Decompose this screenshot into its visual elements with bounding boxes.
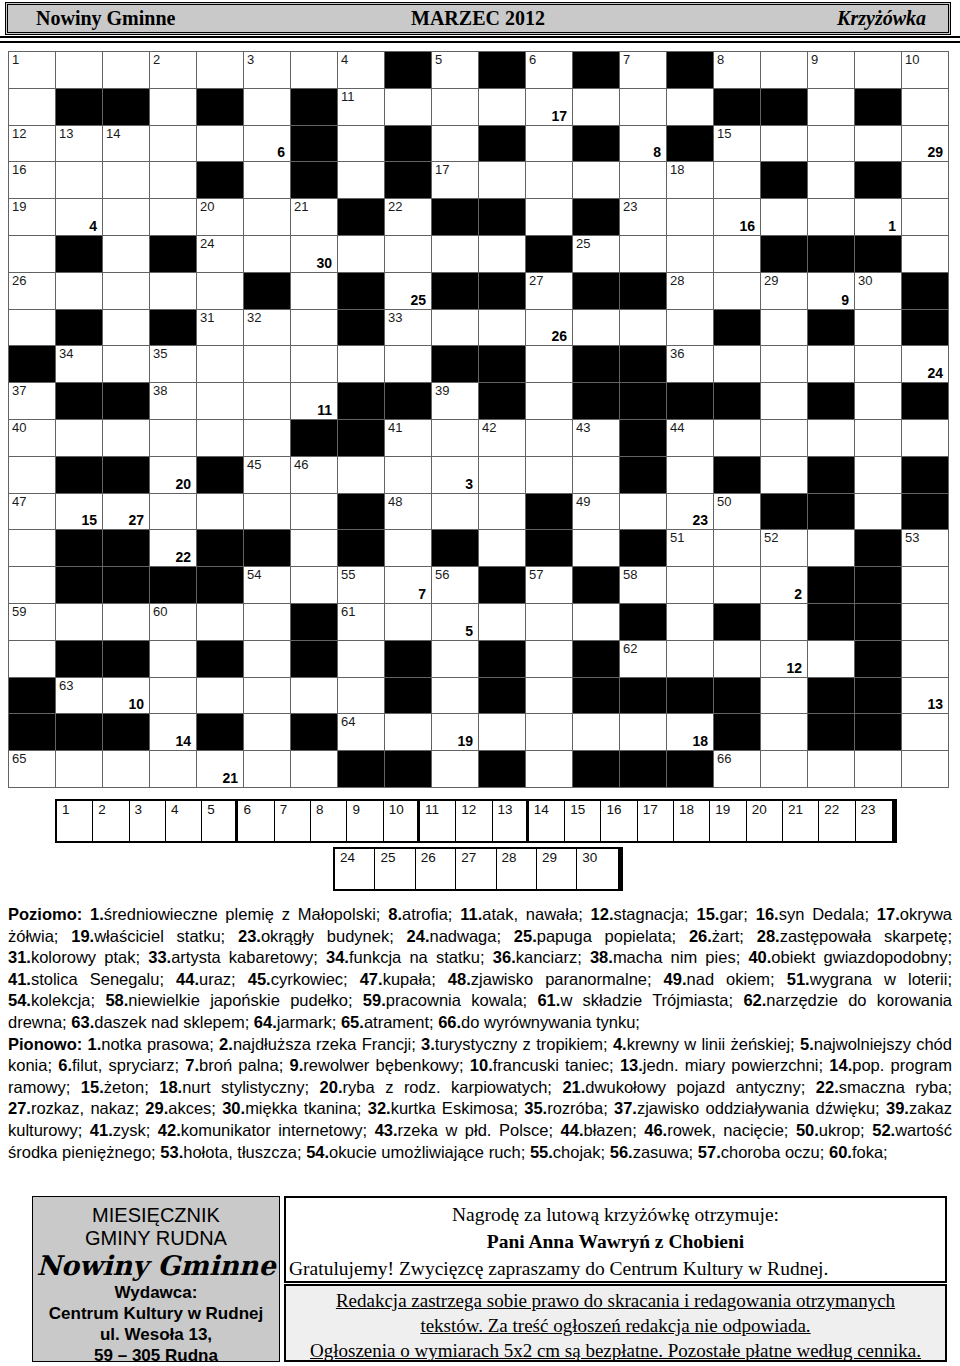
- grid-cell[interactable]: 36: [667, 346, 714, 383]
- grid-cell[interactable]: 65: [9, 751, 56, 788]
- grid-cell[interactable]: [385, 236, 432, 273]
- grid-cell[interactable]: [526, 457, 573, 494]
- grid-cell[interactable]: [902, 236, 949, 273]
- grid-cell[interactable]: 31: [197, 310, 244, 347]
- solution-cell[interactable]: 20: [747, 801, 783, 841]
- grid-cell[interactable]: [573, 604, 620, 641]
- grid-cell[interactable]: [714, 273, 761, 310]
- grid-cell[interactable]: 20: [150, 457, 197, 494]
- grid-cell[interactable]: [714, 236, 761, 273]
- solution-cell[interactable]: 30: [577, 849, 617, 889]
- grid-cell[interactable]: [761, 420, 808, 457]
- grid-cell[interactable]: 11: [338, 89, 385, 126]
- grid-cell[interactable]: 25: [385, 273, 432, 310]
- grid-cell[interactable]: 11: [291, 383, 338, 420]
- solution-cell[interactable]: 19: [710, 801, 746, 841]
- grid-cell[interactable]: [244, 678, 291, 715]
- grid-cell[interactable]: [855, 494, 902, 531]
- grid-cell[interactable]: [573, 89, 620, 126]
- solution-cell[interactable]: 10: [384, 801, 420, 841]
- grid-cell[interactable]: [56, 420, 103, 457]
- solution-cell[interactable]: 5: [202, 801, 238, 841]
- grid-cell[interactable]: 16: [9, 162, 56, 199]
- grid-cell[interactable]: [291, 346, 338, 383]
- grid-cell[interactable]: [244, 346, 291, 383]
- grid-cell[interactable]: [526, 714, 573, 751]
- grid-cell[interactable]: [902, 751, 949, 788]
- grid-cell[interactable]: 8: [714, 52, 761, 89]
- grid-cell[interactable]: [667, 236, 714, 273]
- grid-cell[interactable]: 26: [9, 273, 56, 310]
- grid-cell[interactable]: [385, 346, 432, 383]
- grid-cell[interactable]: [9, 567, 56, 604]
- grid-cell[interactable]: [855, 52, 902, 89]
- grid-cell[interactable]: 24: [197, 236, 244, 273]
- grid-cell[interactable]: [244, 751, 291, 788]
- grid-cell[interactable]: 15: [714, 126, 761, 163]
- grid-cell[interactable]: [761, 383, 808, 420]
- solution-cell[interactable]: 24: [335, 849, 375, 889]
- solution-cell[interactable]: 23: [856, 801, 892, 841]
- grid-cell[interactable]: 25: [573, 236, 620, 273]
- grid-cell[interactable]: 37: [9, 383, 56, 420]
- grid-cell[interactable]: [761, 199, 808, 236]
- grid-cell[interactable]: [9, 530, 56, 567]
- grid-cell[interactable]: [103, 346, 150, 383]
- grid-cell[interactable]: [667, 89, 714, 126]
- grid-cell[interactable]: 50: [714, 494, 761, 531]
- grid-cell[interactable]: [714, 530, 761, 567]
- grid-cell[interactable]: 51: [667, 530, 714, 567]
- grid-cell[interactable]: 5: [432, 604, 479, 641]
- grid-cell[interactable]: [761, 678, 808, 715]
- grid-cell[interactable]: [432, 751, 479, 788]
- grid-cell[interactable]: [150, 751, 197, 788]
- grid-cell[interactable]: [150, 420, 197, 457]
- grid-cell[interactable]: 48: [385, 494, 432, 531]
- grid-cell[interactable]: [9, 310, 56, 347]
- grid-cell[interactable]: [9, 89, 56, 126]
- grid-cell[interactable]: 47: [9, 494, 56, 531]
- grid-cell[interactable]: [197, 383, 244, 420]
- grid-cell[interactable]: [291, 751, 338, 788]
- grid-cell[interactable]: [244, 383, 291, 420]
- grid-cell[interactable]: [620, 310, 667, 347]
- grid-cell[interactable]: [855, 457, 902, 494]
- grid-cell[interactable]: [526, 199, 573, 236]
- grid-cell[interactable]: 7: [385, 567, 432, 604]
- grid-cell[interactable]: [197, 273, 244, 310]
- grid-cell[interactable]: 6: [526, 52, 573, 89]
- grid-cell[interactable]: [761, 714, 808, 751]
- grid-cell[interactable]: 14: [103, 126, 150, 163]
- grid-cell[interactable]: [9, 641, 56, 678]
- solution-cell[interactable]: 1: [57, 801, 93, 841]
- grid-cell[interactable]: [150, 199, 197, 236]
- solution-cell[interactable]: 6: [238, 801, 274, 841]
- grid-cell[interactable]: 23: [620, 199, 667, 236]
- grid-cell[interactable]: [103, 273, 150, 310]
- grid-cell[interactable]: 22: [385, 199, 432, 236]
- grid-cell[interactable]: [526, 162, 573, 199]
- grid-cell[interactable]: [291, 530, 338, 567]
- grid-cell[interactable]: [902, 714, 949, 751]
- grid-cell[interactable]: 39: [432, 383, 479, 420]
- grid-cell[interactable]: 29: [761, 273, 808, 310]
- grid-cell[interactable]: [808, 89, 855, 126]
- solution-cell[interactable]: 16: [601, 801, 637, 841]
- grid-cell[interactable]: 27: [526, 273, 573, 310]
- grid-cell[interactable]: 58: [620, 567, 667, 604]
- solution-cell[interactable]: 12: [456, 801, 492, 841]
- grid-cell[interactable]: [761, 346, 808, 383]
- grid-cell[interactable]: 10: [103, 678, 150, 715]
- grid-cell[interactable]: [573, 714, 620, 751]
- grid-cell[interactable]: [291, 310, 338, 347]
- grid-cell[interactable]: [385, 457, 432, 494]
- grid-cell[interactable]: [291, 678, 338, 715]
- grid-cell[interactable]: [432, 89, 479, 126]
- grid-cell[interactable]: [714, 641, 761, 678]
- grid-cell[interactable]: [338, 457, 385, 494]
- grid-cell[interactable]: 14: [150, 714, 197, 751]
- grid-cell[interactable]: 40: [9, 420, 56, 457]
- grid-cell[interactable]: [244, 420, 291, 457]
- grid-cell[interactable]: [338, 236, 385, 273]
- grid-cell[interactable]: 30: [291, 236, 338, 273]
- grid-cell[interactable]: 57: [526, 567, 573, 604]
- grid-cell[interactable]: [573, 162, 620, 199]
- solution-cell[interactable]: 17: [638, 801, 674, 841]
- grid-cell[interactable]: [385, 530, 432, 567]
- grid-cell[interactable]: [432, 678, 479, 715]
- grid-cell[interactable]: [291, 52, 338, 89]
- grid-cell[interactable]: [479, 604, 526, 641]
- grid-cell[interactable]: [667, 567, 714, 604]
- grid-cell[interactable]: [526, 604, 573, 641]
- grid-cell[interactable]: [902, 162, 949, 199]
- grid-cell[interactable]: [620, 494, 667, 531]
- grid-cell[interactable]: [103, 604, 150, 641]
- grid-cell[interactable]: 52: [761, 530, 808, 567]
- grid-cell[interactable]: 16: [714, 199, 761, 236]
- grid-cell[interactable]: [244, 236, 291, 273]
- grid-cell[interactable]: 34: [56, 346, 103, 383]
- grid-cell[interactable]: [479, 530, 526, 567]
- grid-cell[interactable]: 49: [573, 494, 620, 531]
- grid-cell[interactable]: [902, 604, 949, 641]
- grid-cell[interactable]: [338, 346, 385, 383]
- grid-cell[interactable]: [103, 52, 150, 89]
- grid-cell[interactable]: [338, 126, 385, 163]
- grid-cell[interactable]: 4: [56, 199, 103, 236]
- grid-cell[interactable]: 18: [667, 162, 714, 199]
- grid-cell[interactable]: 32: [244, 310, 291, 347]
- grid-cell[interactable]: 24: [902, 346, 949, 383]
- grid-cell[interactable]: [244, 199, 291, 236]
- grid-cell[interactable]: [808, 641, 855, 678]
- grid-cell[interactable]: [244, 494, 291, 531]
- grid-cell[interactable]: [479, 457, 526, 494]
- grid-cell[interactable]: [479, 714, 526, 751]
- solution-cell[interactable]: 9: [347, 801, 383, 841]
- grid-cell[interactable]: 9: [808, 273, 855, 310]
- grid-cell[interactable]: [479, 236, 526, 273]
- solution-cell[interactable]: 21: [783, 801, 819, 841]
- grid-cell[interactable]: [573, 457, 620, 494]
- grid-cell[interactable]: 23: [667, 494, 714, 531]
- grid-cell[interactable]: [150, 126, 197, 163]
- grid-cell[interactable]: 4: [338, 52, 385, 89]
- grid-cell[interactable]: [432, 310, 479, 347]
- grid-cell[interactable]: [479, 89, 526, 126]
- solution-cell[interactable]: 3: [130, 801, 166, 841]
- grid-cell[interactable]: [620, 89, 667, 126]
- grid-cell[interactable]: [432, 494, 479, 531]
- grid-cell[interactable]: [761, 52, 808, 89]
- grid-cell[interactable]: [573, 530, 620, 567]
- grid-cell[interactable]: [667, 641, 714, 678]
- grid-cell[interactable]: 18: [667, 714, 714, 751]
- solution-cell[interactable]: 8: [311, 801, 347, 841]
- grid-cell[interactable]: [573, 310, 620, 347]
- grid-cell[interactable]: [197, 126, 244, 163]
- grid-cell[interactable]: [150, 678, 197, 715]
- grid-cell[interactable]: 43: [573, 420, 620, 457]
- grid-cell[interactable]: 6: [244, 126, 291, 163]
- grid-cell[interactable]: [385, 604, 432, 641]
- grid-cell[interactable]: [291, 494, 338, 531]
- grid-cell[interactable]: [526, 420, 573, 457]
- grid-cell[interactable]: 64: [338, 714, 385, 751]
- grid-cell[interactable]: [855, 310, 902, 347]
- grid-cell[interactable]: 55: [338, 567, 385, 604]
- solution-cell[interactable]: 26: [416, 849, 456, 889]
- grid-cell[interactable]: [761, 126, 808, 163]
- grid-cell[interactable]: 15: [56, 494, 103, 531]
- grid-cell[interactable]: [338, 641, 385, 678]
- grid-cell[interactable]: [9, 236, 56, 273]
- grid-cell[interactable]: 5: [432, 52, 479, 89]
- grid-cell[interactable]: 20: [197, 199, 244, 236]
- grid-cell[interactable]: [432, 641, 479, 678]
- solution-cell[interactable]: 7: [275, 801, 311, 841]
- grid-cell[interactable]: [808, 126, 855, 163]
- grid-cell[interactable]: [808, 199, 855, 236]
- grid-cell[interactable]: [150, 162, 197, 199]
- grid-cell[interactable]: 22: [150, 530, 197, 567]
- grid-cell[interactable]: 46: [291, 457, 338, 494]
- grid-cell[interactable]: [56, 162, 103, 199]
- grid-cell[interactable]: [526, 383, 573, 420]
- grid-cell[interactable]: 21: [197, 751, 244, 788]
- grid-cell[interactable]: 33: [385, 310, 432, 347]
- solution-cell[interactable]: 27: [456, 849, 496, 889]
- solution-cell[interactable]: 25: [375, 849, 415, 889]
- grid-cell[interactable]: [432, 420, 479, 457]
- grid-cell[interactable]: [620, 162, 667, 199]
- grid-cell[interactable]: [197, 52, 244, 89]
- grid-cell[interactable]: [150, 273, 197, 310]
- grid-cell[interactable]: [291, 273, 338, 310]
- grid-cell[interactable]: [197, 346, 244, 383]
- grid-cell[interactable]: [197, 420, 244, 457]
- solution-cell[interactable]: 4: [166, 801, 202, 841]
- solution-cell[interactable]: 14: [529, 801, 565, 841]
- grid-cell[interactable]: [855, 383, 902, 420]
- grid-cell[interactable]: 1: [9, 52, 56, 89]
- grid-cell[interactable]: [432, 236, 479, 273]
- grid-cell[interactable]: [761, 310, 808, 347]
- grid-cell[interactable]: [103, 420, 150, 457]
- grid-cell[interactable]: [855, 420, 902, 457]
- grid-cell[interactable]: [56, 604, 103, 641]
- grid-cell[interactable]: 13: [902, 678, 949, 715]
- grid-cell[interactable]: 8: [620, 126, 667, 163]
- grid-cell[interactable]: [902, 89, 949, 126]
- grid-cell[interactable]: [620, 236, 667, 273]
- grid-cell[interactable]: 17: [432, 162, 479, 199]
- grid-cell[interactable]: [244, 604, 291, 641]
- grid-cell[interactable]: 7: [620, 52, 667, 89]
- grid-cell[interactable]: [808, 346, 855, 383]
- grid-cell[interactable]: [855, 346, 902, 383]
- grid-cell[interactable]: 38: [150, 383, 197, 420]
- grid-cell[interactable]: [338, 162, 385, 199]
- grid-cell[interactable]: [902, 420, 949, 457]
- grid-cell[interactable]: [902, 199, 949, 236]
- grid-cell[interactable]: 66: [714, 751, 761, 788]
- grid-cell[interactable]: [855, 751, 902, 788]
- grid-cell[interactable]: [479, 162, 526, 199]
- grid-cell[interactable]: 2: [761, 567, 808, 604]
- grid-cell[interactable]: [620, 714, 667, 751]
- grid-cell[interactable]: 59: [9, 604, 56, 641]
- grid-cell[interactable]: 3: [432, 457, 479, 494]
- grid-cell[interactable]: [385, 714, 432, 751]
- grid-cell[interactable]: 17: [526, 89, 573, 126]
- grid-cell[interactable]: [338, 678, 385, 715]
- grid-cell[interactable]: [667, 604, 714, 641]
- grid-cell[interactable]: [432, 126, 479, 163]
- grid-cell[interactable]: [667, 310, 714, 347]
- grid-cell[interactable]: [526, 641, 573, 678]
- grid-cell[interactable]: [197, 604, 244, 641]
- grid-cell[interactable]: 26: [526, 310, 573, 347]
- grid-cell[interactable]: [244, 89, 291, 126]
- grid-cell[interactable]: [714, 346, 761, 383]
- grid-cell[interactable]: 29: [902, 126, 949, 163]
- grid-cell[interactable]: 62: [620, 641, 667, 678]
- solution-cell[interactable]: 29: [537, 849, 577, 889]
- grid-cell[interactable]: [103, 751, 150, 788]
- grid-cell[interactable]: [808, 530, 855, 567]
- solution-cell[interactable]: 15: [565, 801, 601, 841]
- grid-cell[interactable]: 60: [150, 604, 197, 641]
- grid-cell[interactable]: 54: [244, 567, 291, 604]
- grid-cell[interactable]: [526, 346, 573, 383]
- grid-cell[interactable]: [667, 199, 714, 236]
- grid-cell[interactable]: [526, 751, 573, 788]
- grid-cell[interactable]: [526, 678, 573, 715]
- grid-cell[interactable]: 41: [385, 420, 432, 457]
- grid-cell[interactable]: [761, 457, 808, 494]
- grid-cell[interactable]: [103, 236, 150, 273]
- solution-cell[interactable]: 2: [93, 801, 129, 841]
- solution-cell[interactable]: 13: [493, 801, 529, 841]
- grid-cell[interactable]: 12: [9, 126, 56, 163]
- grid-cell[interactable]: 19: [9, 199, 56, 236]
- grid-cell[interactable]: 2: [150, 52, 197, 89]
- grid-cell[interactable]: 30: [855, 273, 902, 310]
- grid-cell[interactable]: [714, 420, 761, 457]
- grid-cell[interactable]: [9, 457, 56, 494]
- grid-cell[interactable]: [855, 126, 902, 163]
- grid-cell[interactable]: 10: [902, 52, 949, 89]
- grid-cell[interactable]: 28: [667, 273, 714, 310]
- grid-cell[interactable]: [244, 162, 291, 199]
- grid-cell[interactable]: 13: [56, 126, 103, 163]
- grid-cell[interactable]: [103, 162, 150, 199]
- grid-cell[interactable]: 9: [808, 52, 855, 89]
- grid-cell[interactable]: 56: [432, 567, 479, 604]
- grid-cell[interactable]: [902, 641, 949, 678]
- grid-cell[interactable]: 63: [56, 678, 103, 715]
- grid-cell[interactable]: [244, 714, 291, 751]
- grid-cell[interactable]: [808, 420, 855, 457]
- grid-cell[interactable]: 19: [432, 714, 479, 751]
- grid-cell[interactable]: [479, 494, 526, 531]
- grid-cell[interactable]: [761, 751, 808, 788]
- grid-cell[interactable]: [385, 89, 432, 126]
- grid-cell[interactable]: [150, 641, 197, 678]
- grid-cell[interactable]: 27: [103, 494, 150, 531]
- grid-cell[interactable]: [197, 494, 244, 531]
- grid-cell[interactable]: 61: [338, 604, 385, 641]
- grid-cell[interactable]: [150, 494, 197, 531]
- grid-cell[interactable]: [667, 457, 714, 494]
- grid-cell[interactable]: [56, 751, 103, 788]
- solution-cell[interactable]: 18: [674, 801, 710, 841]
- grid-cell[interactable]: [56, 273, 103, 310]
- solution-cell[interactable]: 28: [497, 849, 537, 889]
- solution-cell[interactable]: 22: [819, 801, 855, 841]
- grid-cell[interactable]: [526, 126, 573, 163]
- grid-cell[interactable]: 42: [479, 420, 526, 457]
- grid-cell[interactable]: [479, 310, 526, 347]
- grid-cell[interactable]: [150, 89, 197, 126]
- grid-cell[interactable]: [808, 751, 855, 788]
- grid-cell[interactable]: 21: [291, 199, 338, 236]
- grid-cell[interactable]: [808, 162, 855, 199]
- grid-cell[interactable]: [103, 310, 150, 347]
- grid-cell[interactable]: 53: [902, 530, 949, 567]
- grid-cell[interactable]: [714, 567, 761, 604]
- grid-cell[interactable]: [244, 641, 291, 678]
- grid-cell[interactable]: [197, 678, 244, 715]
- grid-cell[interactable]: [103, 199, 150, 236]
- solution-cell[interactable]: 11: [420, 801, 456, 841]
- grid-cell[interactable]: [291, 567, 338, 604]
- grid-cell[interactable]: 35: [150, 346, 197, 383]
- grid-cell[interactable]: 12: [761, 641, 808, 678]
- grid-cell[interactable]: 3: [244, 52, 291, 89]
- grid-cell[interactable]: 44: [667, 420, 714, 457]
- grid-cell[interactable]: [761, 604, 808, 641]
- grid-cell[interactable]: [56, 52, 103, 89]
- grid-cell[interactable]: [902, 567, 949, 604]
- grid-cell[interactable]: 1: [855, 199, 902, 236]
